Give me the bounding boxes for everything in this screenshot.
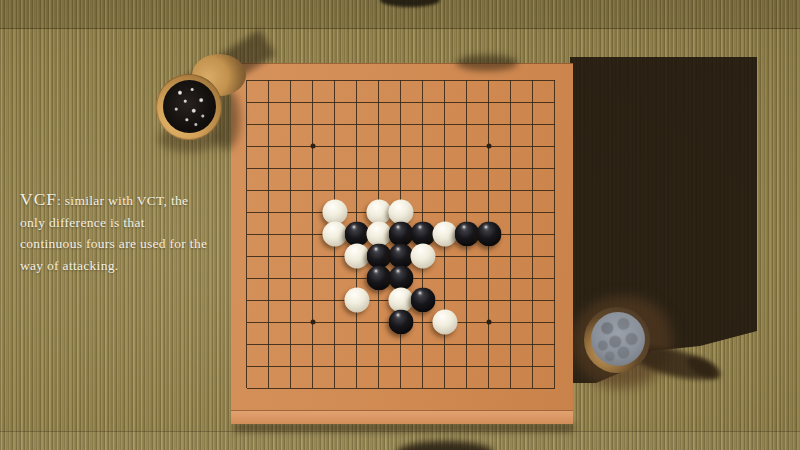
intersection[interactable] (258, 289, 280, 311)
gomoku-board (231, 63, 573, 424)
white-stones-in-bowl (591, 312, 645, 366)
intersection[interactable] (456, 355, 478, 377)
intersection[interactable] (412, 311, 434, 333)
intersection[interactable] (390, 355, 412, 377)
intersection[interactable] (368, 157, 390, 179)
intersection[interactable] (434, 201, 456, 223)
intersection[interactable] (324, 69, 346, 91)
intersection[interactable] (522, 201, 544, 223)
intersection[interactable] (478, 333, 500, 355)
intersection[interactable] (478, 377, 500, 399)
intersection[interactable] (434, 311, 456, 333)
intersection[interactable] (280, 267, 302, 289)
intersection[interactable] (324, 157, 346, 179)
intersection[interactable] (368, 135, 390, 157)
intersection[interactable] (258, 91, 280, 113)
intersection[interactable] (346, 201, 368, 223)
intersection[interactable] (456, 201, 478, 223)
intersection[interactable] (522, 311, 544, 333)
intersection[interactable] (324, 355, 346, 377)
intersection[interactable] (302, 245, 324, 267)
intersection[interactable] (302, 135, 324, 157)
intersection[interactable] (478, 289, 500, 311)
intersection[interactable] (280, 333, 302, 355)
board-front-edge (231, 410, 573, 424)
intersection[interactable] (258, 223, 280, 245)
intersection[interactable] (434, 289, 456, 311)
intersection[interactable] (434, 355, 456, 377)
intersection[interactable] (346, 355, 368, 377)
intersection[interactable] (434, 223, 456, 245)
intersection[interactable] (478, 201, 500, 223)
intersection[interactable] (324, 377, 346, 399)
board-grid (236, 69, 566, 399)
intersection[interactable] (522, 245, 544, 267)
white-stone (432, 310, 457, 335)
intersection[interactable] (324, 267, 346, 289)
intersection[interactable] (500, 377, 522, 399)
annotation-line-2: only difference is that (20, 212, 240, 234)
annotation-lead: VCF (20, 189, 57, 209)
star-point (310, 144, 315, 149)
intersection[interactable] (302, 201, 324, 223)
intersection[interactable] (236, 157, 258, 179)
intersection[interactable] (302, 289, 324, 311)
intersection[interactable] (280, 179, 302, 201)
intersection[interactable] (346, 245, 368, 267)
intersection[interactable] (478, 91, 500, 113)
intersection[interactable] (390, 223, 412, 245)
annotation-line-1-rest: : similar with VCT, the (57, 193, 188, 208)
intersection[interactable] (434, 377, 456, 399)
intersection[interactable] (456, 135, 478, 157)
intersection[interactable] (258, 377, 280, 399)
intersection[interactable] (390, 289, 412, 311)
intersection[interactable] (412, 333, 434, 355)
intersection[interactable] (280, 377, 302, 399)
intersection[interactable] (280, 91, 302, 113)
intersection[interactable] (478, 311, 500, 333)
star-point (310, 320, 315, 325)
annotation-line-3: continuous fours are used for the (20, 233, 240, 255)
intersection[interactable] (412, 377, 434, 399)
intersection[interactable] (456, 91, 478, 113)
intersection[interactable] (544, 135, 566, 157)
intersection[interactable] (456, 157, 478, 179)
intersection[interactable] (324, 245, 346, 267)
intersection[interactable] (478, 223, 500, 245)
intersection[interactable] (390, 69, 412, 91)
intersection[interactable] (500, 355, 522, 377)
intersection[interactable] (412, 267, 434, 289)
star-point (486, 144, 491, 149)
intersection[interactable] (522, 377, 544, 399)
intersection[interactable] (346, 91, 368, 113)
intersection[interactable] (302, 377, 324, 399)
intersection[interactable] (324, 333, 346, 355)
intersection[interactable] (456, 333, 478, 355)
intersection[interactable] (522, 69, 544, 91)
intersection[interactable] (258, 179, 280, 201)
intersection[interactable] (346, 113, 368, 135)
intersection[interactable] (346, 135, 368, 157)
intersection[interactable] (346, 223, 368, 245)
gomoku-scene: VCF: similar with VCT, the only differen… (0, 0, 800, 450)
intersection[interactable] (390, 179, 412, 201)
intersection[interactable] (544, 113, 566, 135)
board-rim-shadow (456, 55, 518, 71)
intersection[interactable] (368, 267, 390, 289)
intersection[interactable] (434, 135, 456, 157)
black-stone (410, 288, 435, 313)
intersection[interactable] (390, 113, 412, 135)
intersection[interactable] (390, 267, 412, 289)
intersection[interactable] (478, 113, 500, 135)
intersection[interactable] (456, 223, 478, 245)
intersection[interactable] (478, 69, 500, 91)
intersection[interactable] (346, 333, 368, 355)
intersection[interactable] (500, 179, 522, 201)
intersection[interactable] (280, 223, 302, 245)
star-point (486, 320, 491, 325)
annotation-line-4: way of attacking. (20, 255, 240, 277)
intersection[interactable] (368, 91, 390, 113)
intersection[interactable] (258, 267, 280, 289)
intersection[interactable] (324, 223, 346, 245)
intersection[interactable] (390, 135, 412, 157)
black-stone (388, 310, 413, 335)
intersection[interactable] (500, 333, 522, 355)
intersection[interactable] (324, 311, 346, 333)
vcf-annotation: VCF: similar with VCT, the only differen… (20, 189, 240, 276)
intersection[interactable] (368, 201, 390, 223)
intersection[interactable] (258, 245, 280, 267)
intersection[interactable] (434, 69, 456, 91)
intersection[interactable] (456, 69, 478, 91)
intersection[interactable] (302, 267, 324, 289)
intersection[interactable] (280, 201, 302, 223)
intersection[interactable] (412, 355, 434, 377)
intersection[interactable] (368, 113, 390, 135)
white-stone (410, 244, 435, 269)
intersection[interactable] (412, 157, 434, 179)
intersection[interactable] (522, 333, 544, 355)
intersection[interactable] (280, 157, 302, 179)
intersection[interactable] (346, 377, 368, 399)
intersection[interactable] (280, 311, 302, 333)
intersection[interactable] (434, 267, 456, 289)
intersection[interactable] (236, 377, 258, 399)
intersection[interactable] (544, 311, 566, 333)
intersection[interactable] (500, 135, 522, 157)
under-board-shadow (234, 423, 574, 432)
intersection[interactable] (412, 245, 434, 267)
intersection[interactable] (412, 91, 434, 113)
intersection[interactable] (236, 311, 258, 333)
intersection[interactable] (412, 201, 434, 223)
intersection[interactable] (324, 179, 346, 201)
intersection[interactable] (500, 289, 522, 311)
intersection[interactable] (412, 69, 434, 91)
intersection[interactable] (368, 311, 390, 333)
intersection[interactable] (368, 69, 390, 91)
intersection[interactable] (302, 333, 324, 355)
intersection[interactable] (456, 267, 478, 289)
intersection[interactable] (544, 201, 566, 223)
intersection[interactable] (236, 135, 258, 157)
intersection[interactable] (456, 113, 478, 135)
intersection[interactable] (302, 69, 324, 91)
intersection[interactable] (434, 113, 456, 135)
intersection[interactable] (544, 289, 566, 311)
intersection[interactable] (302, 157, 324, 179)
intersection[interactable] (368, 179, 390, 201)
intersection[interactable] (544, 223, 566, 245)
intersection[interactable] (324, 201, 346, 223)
intersection[interactable] (522, 289, 544, 311)
intersection[interactable] (280, 69, 302, 91)
intersection[interactable] (478, 267, 500, 289)
intersection[interactable] (522, 135, 544, 157)
intersection[interactable] (478, 135, 500, 157)
intersection[interactable] (280, 135, 302, 157)
intersection[interactable] (478, 157, 500, 179)
intersection[interactable] (522, 113, 544, 135)
intersection[interactable] (478, 179, 500, 201)
intersection[interactable] (500, 223, 522, 245)
intersection[interactable] (522, 91, 544, 113)
intersection[interactable] (236, 333, 258, 355)
intersection[interactable] (434, 333, 456, 355)
black-stones-in-bowl (163, 80, 216, 133)
intersection[interactable] (302, 113, 324, 135)
intersection[interactable] (390, 311, 412, 333)
intersection[interactable] (368, 223, 390, 245)
intersection[interactable] (544, 355, 566, 377)
intersection[interactable] (478, 245, 500, 267)
intersection[interactable] (434, 157, 456, 179)
intersection[interactable] (280, 289, 302, 311)
intersection[interactable] (390, 333, 412, 355)
intersection[interactable] (258, 333, 280, 355)
intersection[interactable] (544, 333, 566, 355)
intersection[interactable] (324, 289, 346, 311)
intersection[interactable] (412, 289, 434, 311)
intersection[interactable] (456, 377, 478, 399)
intersection[interactable] (434, 91, 456, 113)
intersection[interactable] (390, 91, 412, 113)
intersection[interactable] (522, 355, 544, 377)
intersection[interactable] (258, 311, 280, 333)
intersection[interactable] (544, 179, 566, 201)
intersection[interactable] (390, 201, 412, 223)
intersection[interactable] (412, 135, 434, 157)
intersection[interactable] (280, 113, 302, 135)
intersection[interactable] (390, 157, 412, 179)
intersection[interactable] (412, 223, 434, 245)
intersection[interactable] (390, 377, 412, 399)
intersection[interactable] (456, 289, 478, 311)
intersection[interactable] (258, 69, 280, 91)
intersection[interactable] (412, 113, 434, 135)
intersection[interactable] (522, 267, 544, 289)
intersection[interactable] (478, 355, 500, 377)
intersection[interactable] (302, 91, 324, 113)
intersection[interactable] (456, 311, 478, 333)
intersection[interactable] (368, 377, 390, 399)
intersection[interactable] (258, 113, 280, 135)
intersection[interactable] (434, 245, 456, 267)
intersection[interactable] (346, 267, 368, 289)
intersection[interactable] (544, 245, 566, 267)
intersection[interactable] (456, 179, 478, 201)
intersection[interactable] (522, 223, 544, 245)
intersection[interactable] (368, 355, 390, 377)
intersection[interactable] (522, 157, 544, 179)
intersection[interactable] (324, 91, 346, 113)
intersection[interactable] (500, 245, 522, 267)
black-stone (476, 222, 501, 247)
intersection[interactable] (522, 179, 544, 201)
white-stone (344, 288, 369, 313)
intersection[interactable] (434, 179, 456, 201)
annotation-line-1: VCF: similar with VCT, the (20, 189, 240, 212)
intersection[interactable] (258, 355, 280, 377)
intersection[interactable] (500, 267, 522, 289)
intersection[interactable] (302, 179, 324, 201)
intersection[interactable] (368, 289, 390, 311)
intersection[interactable] (346, 69, 368, 91)
intersection[interactable] (302, 311, 324, 333)
intersection[interactable] (302, 223, 324, 245)
intersection[interactable] (544, 157, 566, 179)
intersection[interactable] (368, 245, 390, 267)
intersection[interactable] (500, 201, 522, 223)
intersection[interactable] (390, 245, 412, 267)
intersection[interactable] (500, 91, 522, 113)
intersection[interactable] (500, 69, 522, 91)
intersection[interactable] (258, 135, 280, 157)
intersection[interactable] (412, 179, 434, 201)
intersection[interactable] (456, 245, 478, 267)
intersection[interactable] (324, 113, 346, 135)
intersection[interactable] (346, 311, 368, 333)
intersection[interactable] (346, 157, 368, 179)
intersection[interactable] (346, 289, 368, 311)
intersection[interactable] (324, 135, 346, 157)
intersection[interactable] (346, 179, 368, 201)
intersection[interactable] (236, 355, 258, 377)
intersection[interactable] (544, 267, 566, 289)
intersection[interactable] (280, 245, 302, 267)
intersection[interactable] (544, 69, 566, 91)
intersection[interactable] (258, 157, 280, 179)
intersection[interactable] (236, 289, 258, 311)
intersection[interactable] (500, 157, 522, 179)
intersection[interactable] (280, 355, 302, 377)
intersection[interactable] (500, 113, 522, 135)
intersection[interactable] (544, 91, 566, 113)
intersection[interactable] (544, 377, 566, 399)
intersection[interactable] (368, 333, 390, 355)
intersection[interactable] (258, 201, 280, 223)
intersection[interactable] (500, 311, 522, 333)
intersection[interactable] (302, 355, 324, 377)
